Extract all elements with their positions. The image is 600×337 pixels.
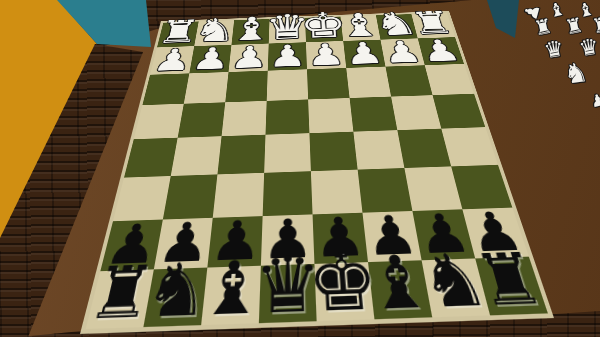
square-h4[interactable] <box>433 94 486 129</box>
square-a4[interactable] <box>134 104 184 139</box>
square-d4[interactable] <box>265 99 309 134</box>
square-c5[interactable] <box>217 135 265 175</box>
square-b3[interactable] <box>184 72 229 104</box>
square-a3[interactable] <box>142 73 189 105</box>
square-f3[interactable] <box>346 67 391 98</box>
square-b2[interactable]: ♟ <box>189 45 231 74</box>
square-h5[interactable] <box>441 127 498 166</box>
square-f4[interactable] <box>350 97 398 132</box>
square-e2[interactable]: ♟ <box>306 41 346 69</box>
square-c4[interactable] <box>222 101 267 136</box>
square-c2[interactable]: ♟ <box>229 44 269 72</box>
square-f5[interactable] <box>353 130 404 169</box>
square-a2[interactable]: ♟ <box>150 46 194 75</box>
square-b4[interactable] <box>178 102 226 137</box>
piece-white-pawn[interactable]: ♟ <box>268 41 307 72</box>
square-e5[interactable] <box>309 132 357 172</box>
square-e4[interactable] <box>308 98 353 133</box>
square-d5[interactable] <box>264 133 311 173</box>
square-h2[interactable]: ♟ <box>418 37 464 65</box>
square-a5[interactable] <box>124 138 178 178</box>
piece-white-pawn[interactable]: ♟ <box>306 39 346 70</box>
square-f2[interactable]: ♟ <box>343 40 385 68</box>
piece-white-pawn[interactable]: ♟ <box>229 42 269 73</box>
square-d2[interactable]: ♟ <box>268 42 307 70</box>
piece-white-pawn[interactable]: ♟ <box>343 38 385 69</box>
square-d3[interactable] <box>267 69 308 101</box>
scene: ♜♞♝♛♚♝♞♜♟♟♟♟♟♟♟♟♟♟♟♟♟♟♟♟♜♞♝♛♚♝♞♜ ♟♝♝♜♜♜♛… <box>0 0 600 337</box>
square-e3[interactable] <box>307 68 350 99</box>
square-g2[interactable]: ♟ <box>380 38 424 66</box>
spare-white-rook[interactable]: ♜ <box>563 14 585 37</box>
spare-white-rook[interactable]: ♜ <box>532 15 554 38</box>
square-b5[interactable] <box>171 136 222 176</box>
square-h3[interactable] <box>425 64 474 95</box>
spare-white-knight[interactable]: ♞ <box>562 58 590 88</box>
square-c3[interactable] <box>225 71 268 103</box>
piece-white-pawn[interactable]: ♟ <box>189 43 231 74</box>
piece-white-pawn[interactable]: ♟ <box>150 45 194 76</box>
